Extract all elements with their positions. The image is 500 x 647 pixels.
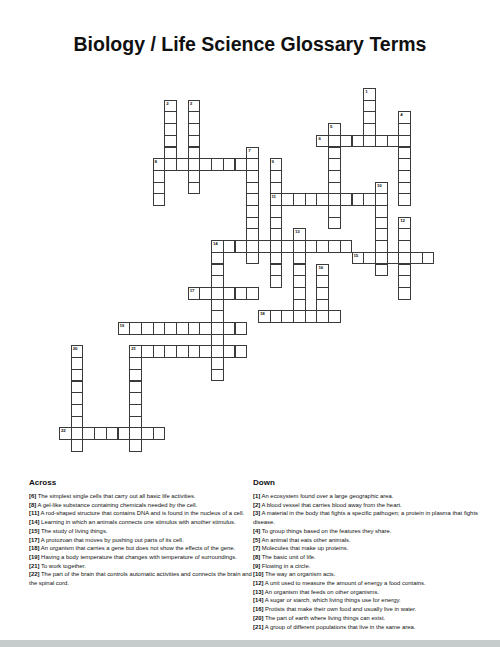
clue-14-across: [14] Learning in which an animals connec… [29, 518, 252, 527]
clue-number-label: [4] [253, 528, 260, 534]
grid-cell-r15c27[interactable] [375, 264, 388, 277]
cell-number-16: 16 [318, 265, 322, 270]
cell-number-22: 22 [61, 428, 65, 433]
cell-number-12: 12 [400, 218, 404, 223]
page-bottom-band [0, 640, 500, 647]
grid-cell-r18c22[interactable] [316, 299, 329, 312]
clue-number-label: [1] [253, 493, 260, 499]
grid-cell-r29c8[interactable] [153, 427, 166, 440]
cell-number-6: 6 [318, 136, 320, 141]
clue-number-label: [5] [253, 537, 260, 543]
grid-cell-r5c9[interactable] [164, 147, 177, 160]
grid-cell-r19c23[interactable] [328, 310, 341, 323]
cell-number-15: 15 [354, 253, 358, 258]
clue-8-across: [8] A gel-like substance containing chem… [29, 501, 252, 510]
cell-number-18: 18 [260, 311, 264, 316]
grid-cell-r16c18[interactable] [270, 275, 283, 288]
clue-10-down: [10] The way an organism acts. [253, 570, 496, 579]
across-heading: Across [29, 478, 252, 487]
clue-11-across: [11] A rod-shaped structure that contain… [29, 509, 252, 518]
grid-cell-r14c31[interactable] [422, 252, 435, 265]
grid-cell-r5c11[interactable] [188, 147, 201, 160]
clue-number-label: [21] [253, 624, 263, 630]
clue-number-label: [15] [29, 528, 39, 534]
clue-12-down: [12] A unit used to measure the amount o… [253, 579, 496, 588]
grid-cell-r3c29[interactable] [398, 123, 411, 136]
down-clues-list: [1] An ecosystem found over a large geog… [253, 492, 496, 631]
grid-cell-r3c23[interactable]: 5 [328, 123, 341, 136]
cell-number-4: 4 [400, 112, 402, 117]
clue-number-label: [13] [253, 589, 263, 595]
clue-21-across: [21] To work together. [29, 562, 252, 571]
clue-16-down: [16] Protists that make their own food a… [253, 605, 496, 614]
cell-number-17: 17 [190, 288, 194, 293]
clue-9-down: [9] Flowing in a circle. [253, 562, 496, 571]
cell-number-5: 5 [330, 124, 332, 129]
grid-cell-r17c16[interactable] [246, 287, 259, 300]
grid-cell-r30c6[interactable] [129, 439, 142, 452]
clue-17-across: [17] A protozoan that moves by pushing o… [29, 536, 252, 545]
cell-number-10: 10 [377, 183, 381, 188]
grid-cell-r9c29[interactable] [398, 193, 411, 206]
grid-cell-r12c16[interactable] [246, 228, 259, 241]
grid-cell-r5c16[interactable]: 7 [246, 147, 259, 160]
clue-19-across: [19] Having a body temperature that chan… [29, 553, 252, 562]
grid-cell-r12c20[interactable]: 13 [293, 228, 306, 241]
grid-cell-r8c11[interactable] [188, 182, 201, 195]
clue-18-across: [18] An organism that carries a gene but… [29, 544, 252, 553]
grid-cell-r3c26[interactable] [363, 123, 376, 136]
clue-number-label: [8] [29, 502, 36, 508]
across-clues-section: Across [6] The simplest single cells tha… [29, 478, 252, 588]
clue-number-label: [19] [29, 554, 39, 560]
grid-cell-r8c18[interactable] [270, 182, 283, 195]
across-clues-list: [6] The simplest single cells that carry… [29, 492, 252, 588]
cell-number-3: 3 [190, 101, 192, 106]
clue-number-label: [7] [253, 545, 260, 551]
clue-number-label: [22] [29, 571, 39, 577]
clue-1-down: [1] An ecosystem found over a large geog… [253, 492, 496, 501]
clue-number-label: [10] [253, 571, 263, 577]
clue-15-across: [15] The study of living things. [29, 527, 252, 536]
clue-number-label: [6] [29, 493, 36, 499]
grid-cell-r28c1[interactable] [71, 416, 84, 429]
clue-6-across: [6] The simplest single cells that carry… [29, 492, 252, 501]
cell-number-13: 13 [295, 229, 299, 234]
down-heading: Down [253, 478, 496, 487]
grid-cell-r11c23[interactable] [328, 217, 341, 230]
grid-cell-r8c27[interactable]: 10 [375, 182, 388, 195]
clue-number-label: [21] [29, 563, 39, 569]
clue-21-down: [21] A group of different populations th… [253, 623, 496, 632]
clue-number-label: [12] [253, 580, 263, 586]
grid-cell-r13c27[interactable] [375, 240, 388, 253]
grid-cell-r24c13[interactable] [211, 369, 224, 382]
clue-number-label: [9] [253, 563, 260, 569]
cell-number-7: 7 [248, 148, 250, 153]
clue-13-down: [13] An organism that feeds on other org… [253, 588, 496, 597]
grid-cell-r17c29[interactable] [398, 287, 411, 300]
grid-cell-r18c20[interactable] [293, 299, 306, 312]
grid-cell-r30c1[interactable] [71, 439, 84, 452]
cell-number-8: 8 [155, 159, 157, 164]
cell-number-20: 20 [73, 346, 77, 351]
cell-number-9: 9 [272, 159, 274, 164]
clue-number-label: [8] [253, 554, 260, 560]
cell-number-14: 14 [213, 241, 217, 246]
grid-cell-r9c8[interactable] [153, 193, 166, 206]
grid-cell-r12c18[interactable] [270, 228, 283, 241]
clue-number-label: [16] [253, 606, 263, 612]
page-title: Biology / Life Science Glossary Terms [0, 33, 500, 56]
clue-5-down: [5] An animal that eats other animals. [253, 536, 496, 545]
cell-number-11: 11 [272, 194, 276, 199]
clue-number-label: [2] [253, 502, 260, 508]
clue-number-label: [18] [29, 545, 39, 551]
clue-4-down: [4] To group things based on the feature… [253, 527, 496, 536]
clue-number-label: [11] [29, 510, 39, 516]
grid-cell-r21c13[interactable] [211, 334, 224, 347]
cell-number-1: 1 [365, 89, 367, 94]
grid-cell-r8c23[interactable] [328, 182, 341, 195]
clue-number-label: [20] [253, 615, 263, 621]
grid-cell-r16c13[interactable] [211, 275, 224, 288]
cell-number-19: 19 [120, 323, 124, 328]
clue-8-down: [8] The basic unit of life. [253, 553, 496, 562]
grid-cell-r14c16[interactable] [246, 252, 259, 265]
cell-number-2: 2 [166, 101, 168, 106]
clue-2-down: [2] A blood vessel that carries blood aw… [253, 501, 496, 510]
clue-20-down: [20] The part of earth where living thin… [253, 614, 496, 623]
clue-number-label: [14] [29, 519, 39, 525]
clue-number-label: [17] [29, 537, 39, 543]
grid-cell-r22c15[interactable] [235, 345, 248, 358]
clue-number-label: [3] [253, 510, 260, 516]
grid-cell-r19c13[interactable] [211, 310, 224, 323]
clue-number-label: [14] [253, 597, 263, 603]
clue-14-down: [14] A sugar or starch, which living thi… [253, 596, 496, 605]
clue-3-down: [3] A material in the body that fights a… [253, 509, 496, 526]
clue-7-down: [7] Molecules that make up proteins. [253, 544, 496, 553]
cell-number-21: 21 [131, 346, 135, 351]
grid-cell-r20c15[interactable] [235, 322, 248, 335]
clue-22-across: [22] The part of the brain that controls… [29, 570, 252, 587]
down-clues-section: Down [1] An ecosystem found over a large… [253, 478, 496, 631]
grid-cell-r28c6[interactable] [129, 416, 142, 429]
grid-cell-r13c29[interactable] [398, 240, 411, 253]
